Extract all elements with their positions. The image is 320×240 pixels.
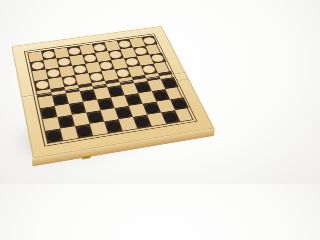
product-photo-stage: ●●●●●●●●●●●●●●●●●●●●●●●●●●●●●●●●●●●●●●●● <box>0 0 215 184</box>
checkers-board: ●●●●●●●●●●●●●●●●●●●●●●●●●●●●●●●●●●●●●●●● <box>12 26 215 158</box>
brass-clasp-icon <box>81 154 90 159</box>
brass-clasp-icon <box>199 102 202 111</box>
perspective-scene: ●●●●●●●●●●●●●●●●●●●●●●●●●●●●●●●●●●●●●●●● <box>0 0 215 184</box>
playing-field: ●●●●●●●●●●●●●●●●●●●●●●●●●●●●●●●●●●●●●●●● <box>24 33 198 146</box>
board-grid: ●●●●●●●●●●●●●●●●●●●●●●●●●●●●●●●●●●●●●●●● <box>27 35 194 144</box>
brand-stamp-icon <box>177 77 189 82</box>
